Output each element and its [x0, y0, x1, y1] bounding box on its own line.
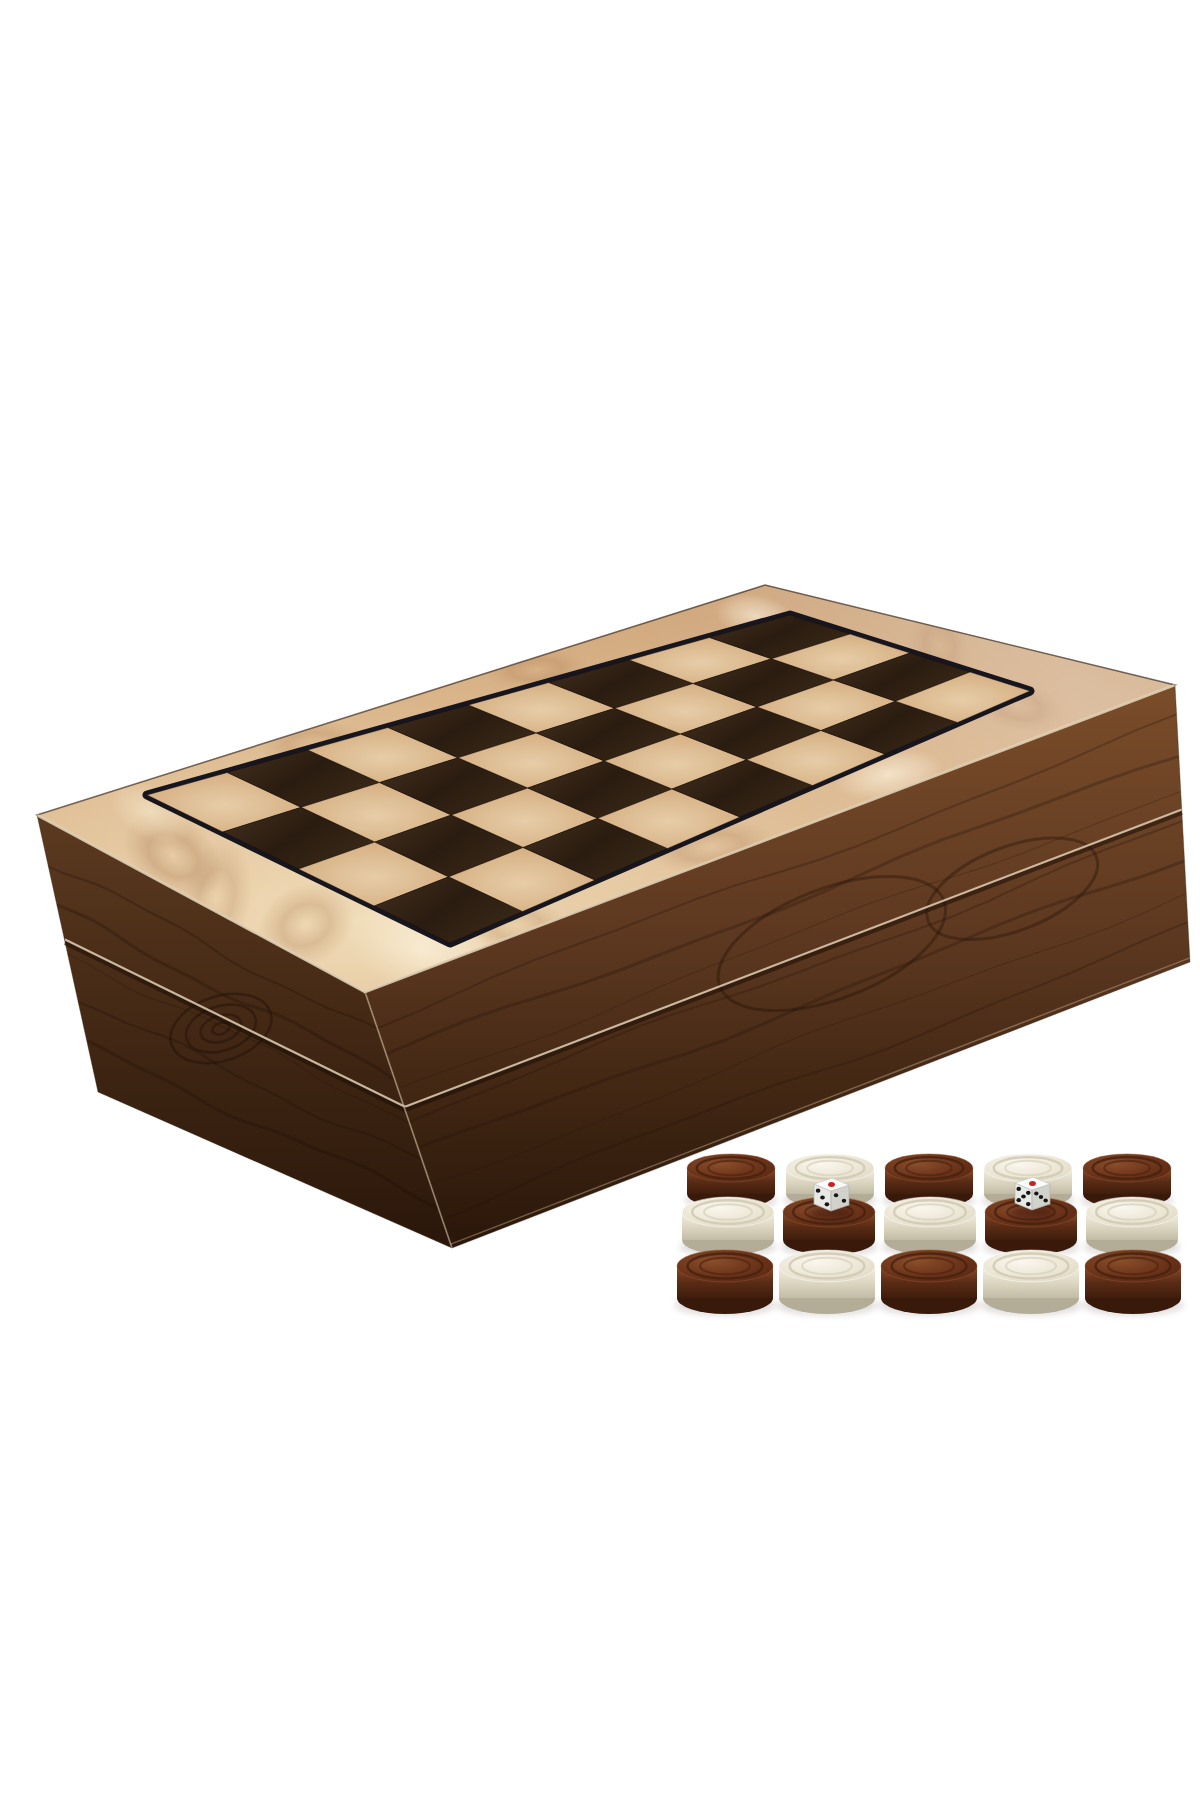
die-2-left-pip [1021, 1194, 1026, 1198]
die-1 [809, 1178, 853, 1219]
die-2-left-pip [1026, 1191, 1031, 1195]
die-2-left-pip [1016, 1198, 1021, 1202]
die-2-top-pip [1029, 1181, 1036, 1186]
die-1-left-pip [816, 1189, 821, 1193]
checker-top [1085, 1250, 1181, 1282]
product-photo-page [0, 0, 1200, 1800]
die-2-right-pip [1034, 1192, 1038, 1196]
checker-3-5-brown [1083, 1250, 1183, 1315]
checker-top [779, 1250, 875, 1282]
die-2-right-pip [1039, 1195, 1043, 1199]
checker-3-4-cream [981, 1250, 1081, 1315]
checkers-tray [675, 1154, 1183, 1315]
checker-top [677, 1250, 773, 1282]
checker-3-2-cream [777, 1250, 877, 1315]
checker-2-1-cream [680, 1197, 776, 1256]
die-2-right-pip [1043, 1198, 1047, 1202]
checker-3-3-brown [879, 1250, 979, 1315]
checker-2-5-cream [1084, 1197, 1180, 1256]
die-2-left-pip [1026, 1202, 1031, 1206]
die-1-left-pip [825, 1202, 830, 1206]
die-1-right-pip [842, 1199, 846, 1203]
checker-2-3-cream [882, 1197, 978, 1256]
die-1-right-pip [834, 1193, 838, 1197]
die-1-left-pip [820, 1195, 825, 1199]
die-2-left-pip [1016, 1187, 1021, 1191]
checker-top [881, 1250, 977, 1282]
checker-3-1-brown [675, 1250, 775, 1315]
product-photo [0, 0, 1200, 1800]
scene-canvas [0, 0, 1200, 1800]
die-2 [1010, 1177, 1054, 1218]
die-1-top-pip [828, 1182, 835, 1187]
checker-top [983, 1250, 1079, 1282]
